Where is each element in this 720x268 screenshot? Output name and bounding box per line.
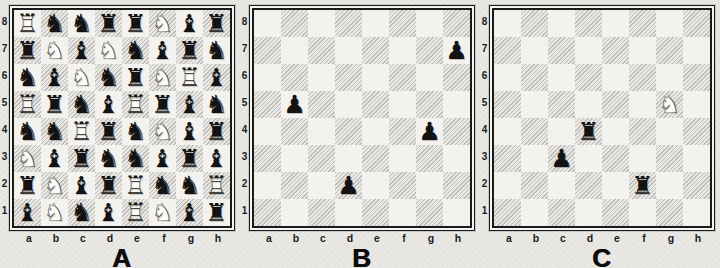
square-e1[interactable]: ♜♖ — [122, 199, 149, 226]
black-bishop: ♝ — [43, 65, 65, 90]
black-bishop: ♝ — [70, 173, 92, 198]
black-bishop: ♝ — [205, 65, 227, 90]
square-d6[interactable] — [335, 64, 362, 91]
file-label-a: a — [256, 232, 283, 244]
square-b2[interactable]: ♞♘ — [41, 172, 68, 199]
file-label-g: g — [178, 232, 205, 244]
black-bishop: ♝ — [178, 200, 200, 225]
black-rook: ♜ — [205, 200, 227, 225]
square-g5[interactable] — [416, 91, 443, 118]
square-a5[interactable] — [254, 91, 281, 118]
square-f7[interactable] — [389, 37, 416, 64]
square-h8[interactable] — [443, 10, 470, 37]
square-f1[interactable]: ♞♘ — [149, 199, 176, 226]
file-label-g: g — [658, 232, 685, 244]
square-g4[interactable] — [656, 118, 683, 145]
square-g7[interactable]: ♜ — [176, 37, 203, 64]
square-d6[interactable] — [575, 64, 602, 91]
square-b7[interactable] — [521, 37, 548, 64]
square-e5[interactable]: ♜♖ — [122, 91, 149, 118]
square-a3[interactable] — [254, 145, 281, 172]
square-d8[interactable] — [575, 10, 602, 37]
square-c6[interactable] — [308, 64, 335, 91]
black-bishop: ♝ — [97, 92, 119, 117]
square-e8[interactable] — [602, 10, 629, 37]
square-g3[interactable] — [416, 145, 443, 172]
rank-label-8: 8 — [0, 8, 9, 35]
square-c3[interactable]: ♟ — [548, 145, 575, 172]
square-d3[interactable]: ♞ — [95, 145, 122, 172]
square-a7[interactable]: ♜ — [14, 37, 41, 64]
square-h3[interactable]: ♝ — [203, 145, 230, 172]
rank-label-5: 5 — [0, 89, 9, 116]
square-e4[interactable]: ♞ — [122, 118, 149, 145]
black-rook: ♜ — [70, 146, 92, 171]
black-rook: ♜ — [16, 173, 38, 198]
square-e2[interactable] — [362, 172, 389, 199]
square-g4[interactable]: ♝ — [176, 118, 203, 145]
rank-label-4: 4 — [480, 116, 489, 143]
black-knight: ♞ — [97, 65, 119, 90]
square-e2[interactable] — [602, 172, 629, 199]
square-h1[interactable] — [443, 199, 470, 226]
black-knight: ♞ — [205, 38, 227, 63]
square-g1[interactable]: ♝ — [176, 199, 203, 226]
rank-label-3: 3 — [480, 143, 489, 170]
black-rook: ♜ — [43, 92, 65, 117]
square-h8[interactable] — [683, 10, 710, 37]
black-knight: ♞ — [205, 92, 227, 117]
square-c8[interactable] — [548, 10, 575, 37]
white-knight: ♞♘ — [96, 38, 121, 63]
square-e8[interactable] — [362, 10, 389, 37]
file-label-f: f — [391, 232, 418, 244]
black-knight: ♞ — [70, 92, 92, 117]
rank-label-1: 1 — [480, 197, 489, 224]
square-a3[interactable] — [494, 145, 521, 172]
square-g7[interactable] — [656, 37, 683, 64]
square-g8[interactable] — [416, 10, 443, 37]
square-f6[interactable] — [629, 64, 656, 91]
square-b5[interactable]: ♜ — [41, 91, 68, 118]
square-c7[interactable]: ♝ — [68, 37, 95, 64]
square-c4[interactable] — [548, 118, 575, 145]
square-e7[interactable] — [602, 37, 629, 64]
square-f5[interactable] — [629, 91, 656, 118]
black-bishop: ♝ — [151, 38, 173, 63]
square-f4[interactable] — [629, 118, 656, 145]
square-a1[interactable] — [494, 199, 521, 226]
square-d7[interactable] — [335, 37, 362, 64]
square-d7[interactable]: ♞♘ — [95, 37, 122, 64]
square-e7[interactable]: ♞ — [122, 37, 149, 64]
rank-label-5: 5 — [480, 89, 489, 116]
black-bishop: ♝ — [178, 119, 200, 144]
file-label-a: a — [496, 232, 523, 244]
square-c6[interactable]: ♞♘ — [68, 64, 95, 91]
rank-label-1: 1 — [0, 197, 9, 224]
square-d4[interactable]: ♜ — [95, 118, 122, 145]
square-h3[interactable] — [683, 145, 710, 172]
square-c5[interactable] — [308, 91, 335, 118]
square-h1[interactable]: ♜ — [203, 199, 230, 226]
square-d5[interactable] — [575, 91, 602, 118]
square-c8[interactable] — [308, 10, 335, 37]
square-h8[interactable]: ♜ — [203, 10, 230, 37]
square-f3[interactable] — [629, 145, 656, 172]
black-bishop: ♝ — [16, 200, 38, 225]
rank-labels-a: 87654321 — [0, 5, 9, 224]
square-g6[interactable] — [416, 64, 443, 91]
black-pawn: ♟ — [445, 38, 467, 63]
black-knight: ♞ — [70, 11, 92, 36]
square-b8[interactable]: ♞ — [41, 10, 68, 37]
square-c7[interactable] — [548, 37, 575, 64]
white-knight: ♞♘ — [42, 38, 67, 63]
square-c4[interactable]: ♜♖ — [68, 118, 95, 145]
square-b2[interactable] — [521, 172, 548, 199]
square-a8[interactable] — [254, 10, 281, 37]
square-b6[interactable] — [281, 64, 308, 91]
square-d4[interactable] — [335, 118, 362, 145]
black-rook: ♜ — [205, 119, 227, 144]
black-knight: ♞ — [16, 65, 38, 90]
square-d8[interactable] — [335, 10, 362, 37]
file-label-h: h — [685, 232, 712, 244]
square-f1[interactable] — [389, 199, 416, 226]
black-pawn: ♟ — [283, 92, 305, 117]
white-knight: ♞♘ — [150, 119, 175, 144]
black-rook: ♜ — [205, 11, 227, 36]
black-bishop: ♝ — [178, 92, 200, 117]
square-b1[interactable] — [281, 199, 308, 226]
file-label-f: f — [631, 232, 658, 244]
square-b6[interactable]: ♝ — [41, 64, 68, 91]
square-e1[interactable] — [362, 199, 389, 226]
square-g1[interactable] — [416, 199, 443, 226]
file-label-c: c — [550, 232, 577, 244]
file-label-f: f — [151, 232, 178, 244]
square-c3[interactable]: ♜ — [68, 145, 95, 172]
square-h7[interactable]: ♞ — [203, 37, 230, 64]
file-label-b: b — [523, 232, 550, 244]
black-pawn: ♟ — [418, 119, 440, 144]
black-knight: ♞ — [70, 200, 92, 225]
square-h7[interactable]: ♟ — [443, 37, 470, 64]
black-bishop: ♝ — [205, 146, 227, 171]
chessboard-a: ♜♖♞♞♜♜♞♘♝♜♜♞♘♝♞♘♞♝♜♞♞♝♞♘♞♜♞♘♜♖♝♜♖♜♞♝♜♖♜♝… — [12, 8, 232, 228]
chessboard-c: ♞♘♜♟♜ — [492, 8, 712, 228]
scanned-puzzle-page: 87654321 ♜♖♞♞♜♜♞♘♝♜♜♞♘♝♞♘♞♝♜♞♞♝♞♘♞♜♞♘♜♖♝… — [0, 0, 720, 268]
square-h2[interactable] — [683, 172, 710, 199]
file-label-c: c — [70, 232, 97, 244]
square-a1[interactable] — [254, 199, 281, 226]
square-b3[interactable]: ♝ — [41, 145, 68, 172]
square-g3[interactable]: ♜ — [176, 145, 203, 172]
square-b1[interactable]: ♞♘ — [41, 199, 68, 226]
square-h4[interactable] — [683, 118, 710, 145]
square-a6[interactable] — [254, 64, 281, 91]
square-f8[interactable]: ♞♘ — [149, 10, 176, 37]
square-f5[interactable] — [389, 91, 416, 118]
file-label-b: b — [283, 232, 310, 244]
rank-label-7: 7 — [240, 35, 249, 62]
black-knight: ♞ — [178, 173, 200, 198]
square-f6[interactable] — [389, 64, 416, 91]
square-g2[interactable] — [656, 172, 683, 199]
square-b8[interactable] — [281, 10, 308, 37]
square-g5[interactable]: ♝ — [176, 91, 203, 118]
rank-labels-b: 87654321 — [240, 5, 249, 224]
square-h3[interactable] — [443, 145, 470, 172]
square-f6[interactable]: ♞♘ — [149, 64, 176, 91]
black-knight: ♞ — [124, 119, 146, 144]
square-a6[interactable] — [494, 64, 521, 91]
caption-a: A — [112, 245, 132, 268]
square-a4[interactable]: ♞ — [14, 118, 41, 145]
black-rook: ♜ — [97, 11, 119, 36]
white-rook: ♜♖ — [204, 173, 229, 198]
square-a7[interactable] — [254, 37, 281, 64]
square-d6[interactable]: ♞ — [95, 64, 122, 91]
rank-label-2: 2 — [240, 170, 249, 197]
rank-label-7: 7 — [0, 35, 9, 62]
square-b5[interactable]: ♟ — [281, 91, 308, 118]
square-h6[interactable] — [443, 64, 470, 91]
square-f4[interactable]: ♞♘ — [149, 118, 176, 145]
white-rook: ♜♖ — [15, 11, 40, 36]
square-f7[interactable]: ♝ — [149, 37, 176, 64]
chessboard-c-frame: ♞♘♜♟♜ — [489, 5, 715, 231]
square-h1[interactable] — [683, 199, 710, 226]
square-a1[interactable]: ♝ — [14, 199, 41, 226]
square-c2[interactable] — [548, 172, 575, 199]
rank-label-8: 8 — [240, 8, 249, 35]
square-c4[interactable] — [308, 118, 335, 145]
square-a5[interactable]: ♜♖ — [14, 91, 41, 118]
square-f3[interactable]: ♝ — [149, 145, 176, 172]
white-knight: ♞♘ — [150, 11, 175, 36]
black-bishop: ♝ — [43, 146, 65, 171]
square-a4[interactable] — [254, 118, 281, 145]
square-a8[interactable]: ♜♖ — [14, 10, 41, 37]
square-c1[interactable] — [308, 199, 335, 226]
rank-label-1: 1 — [240, 197, 249, 224]
black-pawn: ♟ — [550, 146, 572, 171]
square-h4[interactable]: ♜ — [203, 118, 230, 145]
square-c3[interactable] — [308, 145, 335, 172]
square-e2[interactable]: ♜♖ — [122, 172, 149, 199]
white-knight: ♞♘ — [42, 173, 67, 198]
square-g4[interactable]: ♟ — [416, 118, 443, 145]
square-c5[interactable]: ♞ — [68, 91, 95, 118]
square-f8[interactable] — [389, 10, 416, 37]
rank-label-2: 2 — [480, 170, 489, 197]
square-a2[interactable] — [254, 172, 281, 199]
square-d2[interactable]: ♜ — [95, 172, 122, 199]
file-label-b: b — [43, 232, 70, 244]
square-e6[interactable] — [362, 64, 389, 91]
square-a3[interactable]: ♞♘ — [14, 145, 41, 172]
black-knight: ♞ — [16, 119, 38, 144]
square-d5[interactable] — [335, 91, 362, 118]
square-a2[interactable]: ♜ — [14, 172, 41, 199]
square-e4[interactable] — [362, 118, 389, 145]
square-e3[interactable] — [602, 145, 629, 172]
square-b4[interactable] — [281, 118, 308, 145]
square-h5[interactable] — [443, 91, 470, 118]
square-e5[interactable] — [602, 91, 629, 118]
caption-b: B — [352, 245, 372, 268]
square-d8[interactable]: ♜ — [95, 10, 122, 37]
square-h5[interactable]: ♞ — [203, 91, 230, 118]
square-c7[interactable] — [308, 37, 335, 64]
white-knight: ♞♘ — [657, 92, 682, 117]
square-f7[interactable] — [629, 37, 656, 64]
white-knight: ♞♘ — [42, 200, 67, 225]
square-c5[interactable] — [548, 91, 575, 118]
square-g2[interactable]: ♞ — [176, 172, 203, 199]
square-f4[interactable] — [389, 118, 416, 145]
square-h2[interactable] — [443, 172, 470, 199]
rank-label-4: 4 — [0, 116, 9, 143]
black-rook: ♜ — [178, 38, 200, 63]
white-rook: ♜♖ — [15, 92, 40, 117]
square-c6[interactable] — [548, 64, 575, 91]
black-knight: ♞ — [124, 38, 146, 63]
square-d2[interactable]: ♟ — [335, 172, 362, 199]
square-g8[interactable] — [656, 10, 683, 37]
square-f8[interactable] — [629, 10, 656, 37]
square-e3[interactable]: ♞ — [122, 145, 149, 172]
square-h2[interactable]: ♜♖ — [203, 172, 230, 199]
square-e6[interactable]: ♜ — [122, 64, 149, 91]
square-f5[interactable]: ♜ — [149, 91, 176, 118]
square-b6[interactable] — [521, 64, 548, 91]
square-d1[interactable]: ♝ — [95, 199, 122, 226]
square-g3[interactable] — [656, 145, 683, 172]
square-d3[interactable] — [575, 145, 602, 172]
square-b3[interactable] — [521, 145, 548, 172]
square-b4[interactable]: ♞ — [41, 118, 68, 145]
square-a8[interactable] — [494, 10, 521, 37]
square-b3[interactable] — [281, 145, 308, 172]
black-knight: ♞ — [43, 11, 65, 36]
square-b5[interactable] — [521, 91, 548, 118]
square-d5[interactable]: ♝ — [95, 91, 122, 118]
file-label-g: g — [418, 232, 445, 244]
square-a4[interactable] — [494, 118, 521, 145]
square-h7[interactable] — [683, 37, 710, 64]
square-e1[interactable] — [602, 199, 629, 226]
square-g6[interactable] — [656, 64, 683, 91]
file-label-c: c — [310, 232, 337, 244]
square-b8[interactable] — [521, 10, 548, 37]
board-group-a: 87654321 ♜♖♞♞♜♜♞♘♝♜♜♞♘♝♞♘♞♝♜♞♞♝♞♘♞♜♞♘♜♖♝… — [0, 5, 235, 268]
square-d4[interactable]: ♜ — [575, 118, 602, 145]
black-bishop: ♝ — [151, 146, 173, 171]
square-e6[interactable] — [602, 64, 629, 91]
square-b1[interactable] — [521, 199, 548, 226]
square-d1[interactable] — [335, 199, 362, 226]
rank-label-6: 6 — [0, 62, 9, 89]
rank-label-6: 6 — [240, 62, 249, 89]
chessboard-b: ♟♟♟♟ — [252, 8, 472, 228]
square-e4[interactable] — [602, 118, 629, 145]
black-bishop: ♝ — [70, 38, 92, 63]
rank-label-2: 2 — [0, 170, 9, 197]
square-c1[interactable] — [548, 199, 575, 226]
square-g1[interactable] — [656, 199, 683, 226]
black-bishop: ♝ — [97, 200, 119, 225]
square-g8[interactable]: ♝ — [176, 10, 203, 37]
rank-label-8: 8 — [480, 8, 489, 35]
caption-c: C — [592, 245, 612, 268]
square-d7[interactable] — [575, 37, 602, 64]
square-a5[interactable] — [494, 91, 521, 118]
square-b2[interactable] — [281, 172, 308, 199]
square-a6[interactable]: ♞ — [14, 64, 41, 91]
square-g5[interactable]: ♞♘ — [656, 91, 683, 118]
square-e3[interactable] — [362, 145, 389, 172]
square-b7[interactable] — [281, 37, 308, 64]
rank-label-3: 3 — [0, 143, 9, 170]
black-pawn: ♟ — [337, 173, 359, 198]
square-c2[interactable] — [308, 172, 335, 199]
square-c8[interactable]: ♞ — [68, 10, 95, 37]
square-h6[interactable]: ♝ — [203, 64, 230, 91]
square-a2[interactable] — [494, 172, 521, 199]
square-f2[interactable]: ♞ — [149, 172, 176, 199]
chessboard-b-frame: ♟♟♟♟ — [249, 5, 475, 231]
square-f1[interactable] — [629, 199, 656, 226]
rank-label-6: 6 — [480, 62, 489, 89]
rank-label-5: 5 — [240, 89, 249, 116]
square-a7[interactable] — [494, 37, 521, 64]
square-d3[interactable] — [335, 145, 362, 172]
square-e8[interactable]: ♜ — [122, 10, 149, 37]
black-rook: ♜ — [97, 119, 119, 144]
square-b7[interactable]: ♞♘ — [41, 37, 68, 64]
square-g2[interactable] — [416, 172, 443, 199]
square-e7[interactable] — [362, 37, 389, 64]
white-knight: ♞♘ — [69, 65, 94, 90]
square-h5[interactable] — [683, 91, 710, 118]
square-d2[interactable] — [575, 172, 602, 199]
square-b4[interactable] — [521, 118, 548, 145]
white-knight: ♞♘ — [150, 65, 175, 90]
square-d1[interactable] — [575, 199, 602, 226]
square-c1[interactable]: ♞ — [68, 199, 95, 226]
square-e5[interactable] — [362, 91, 389, 118]
black-rook: ♜ — [124, 65, 146, 90]
file-label-h: h — [445, 232, 472, 244]
rank-label-4: 4 — [240, 116, 249, 143]
square-f2[interactable] — [389, 172, 416, 199]
square-g7[interactable] — [416, 37, 443, 64]
black-knight: ♞ — [124, 146, 146, 171]
square-c2[interactable]: ♝ — [68, 172, 95, 199]
black-rook: ♜ — [151, 92, 173, 117]
rank-labels-c: 87654321 — [480, 5, 489, 224]
square-g6[interactable]: ♜♖ — [176, 64, 203, 91]
white-knight: ♞♘ — [15, 146, 40, 171]
square-f2[interactable]: ♜ — [629, 172, 656, 199]
square-f3[interactable] — [389, 145, 416, 172]
white-rook: ♜♖ — [177, 65, 202, 90]
square-h4[interactable] — [443, 118, 470, 145]
square-h6[interactable] — [683, 64, 710, 91]
